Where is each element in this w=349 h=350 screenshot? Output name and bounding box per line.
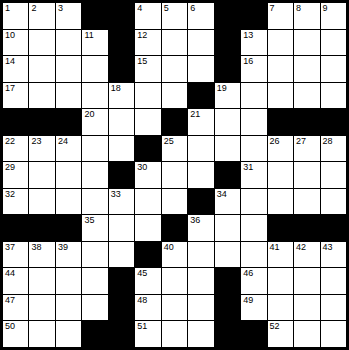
white-cell-r4c7[interactable]: 21 [188,109,213,135]
crossword-grid: 1234567891011121314151617181920212223242… [0,0,349,350]
clue-number-15: 15 [137,56,147,67]
clue-number-27: 27 [296,136,306,147]
white-cell-r7c3[interactable] [82,189,107,215]
white-cell-r4c3[interactable]: 20 [82,109,107,135]
white-cell-r10c1[interactable] [29,268,54,294]
clue-number-28: 28 [323,136,333,147]
white-cell-r3c6[interactable] [162,83,187,109]
black-cell-r12c3 [82,321,107,347]
white-cell-r1c10[interactable] [268,30,293,56]
clue-number-13: 13 [243,30,253,41]
white-cell-r6c9[interactable]: 31 [241,162,266,188]
clue-number-1: 1 [5,3,10,14]
white-cell-r6c11[interactable] [294,162,319,188]
clue-number-29: 29 [5,162,15,173]
white-cell-r0c10[interactable]: 7 [268,3,293,29]
white-cell-r1c11[interactable] [294,30,319,56]
white-cell-r12c5[interactable]: 51 [135,321,160,347]
clue-number-49: 49 [243,295,253,306]
white-cell-r0c0[interactable]: 1 [3,3,28,29]
black-cell-r8c12 [321,215,346,241]
black-cell-r10c8 [215,268,240,294]
white-cell-r3c9[interactable] [241,83,266,109]
white-cell-r2c10[interactable] [268,56,293,82]
white-cell-r11c7[interactable] [188,295,213,321]
white-cell-r7c5[interactable] [135,189,160,215]
white-cell-r2c12[interactable] [321,56,346,82]
white-cell-r7c8[interactable]: 34 [215,189,240,215]
white-cell-r2c11[interactable] [294,56,319,82]
clue-number-24: 24 [58,136,68,147]
white-cell-r7c9[interactable] [241,189,266,215]
white-cell-r10c11[interactable] [294,268,319,294]
white-cell-r0c11[interactable]: 8 [294,3,319,29]
white-cell-r5c4[interactable] [109,136,134,162]
white-cell-r2c3[interactable] [82,56,107,82]
white-cell-r3c1[interactable] [29,83,54,109]
black-cell-r8c2 [56,215,81,241]
white-cell-r1c5[interactable]: 12 [135,30,160,56]
clue-number-35: 35 [84,215,94,226]
black-cell-r7c7 [188,189,213,215]
clue-number-37: 37 [5,242,15,253]
black-cell-r4c0 [3,109,28,135]
clue-number-45: 45 [137,268,147,279]
black-cell-r4c1 [29,109,54,135]
clue-number-11: 11 [84,30,93,41]
white-cell-r10c6[interactable] [162,268,187,294]
clue-number-48: 48 [137,295,147,306]
white-cell-r10c10[interactable] [268,268,293,294]
clue-number-2: 2 [31,3,36,14]
white-cell-r0c7[interactable]: 6 [188,3,213,29]
clue-number-47: 47 [5,295,15,306]
clue-number-43: 43 [323,242,333,253]
white-cell-r5c8[interactable] [215,136,240,162]
clue-number-26: 26 [270,136,280,147]
black-cell-r8c6 [162,215,187,241]
black-cell-r12c9 [241,321,266,347]
white-cell-r11c9[interactable]: 49 [241,295,266,321]
clue-number-32: 32 [5,189,15,200]
clue-number-36: 36 [190,215,200,226]
white-cell-r2c5[interactable]: 15 [135,56,160,82]
white-cell-r1c3[interactable]: 11 [82,30,107,56]
black-cell-r10c4 [109,268,134,294]
clue-number-12: 12 [137,30,147,41]
black-cell-r9c5 [135,242,160,268]
white-cell-r4c9[interactable] [241,109,266,135]
white-cell-r12c6[interactable] [162,321,187,347]
white-cell-r1c2[interactable] [56,30,81,56]
white-cell-r5c12[interactable]: 28 [321,136,346,162]
white-cell-r9c11[interactable]: 42 [294,242,319,268]
black-cell-r5c5 [135,136,160,162]
white-cell-r9c2[interactable]: 39 [56,242,81,268]
white-cell-r11c6[interactable] [162,295,187,321]
white-cell-r2c0[interactable]: 14 [3,56,28,82]
white-cell-r2c2[interactable] [56,56,81,82]
white-cell-r11c2[interactable] [56,295,81,321]
black-cell-r1c8 [215,30,240,56]
white-cell-r10c0[interactable]: 44 [3,268,28,294]
white-cell-r8c4[interactable] [109,215,134,241]
white-cell-r12c12[interactable] [321,321,346,347]
white-cell-r9c12[interactable]: 43 [321,242,346,268]
clue-number-41: 41 [270,242,280,253]
white-cell-r8c3[interactable]: 35 [82,215,107,241]
white-cell-r0c2[interactable]: 3 [56,3,81,29]
black-cell-r12c4 [109,321,134,347]
white-cell-r0c12[interactable]: 9 [321,3,346,29]
white-cell-r11c5[interactable]: 48 [135,295,160,321]
black-cell-r0c3 [82,3,107,29]
clue-number-44: 44 [5,268,15,279]
clue-number-52: 52 [270,321,280,332]
white-cell-r12c1[interactable] [29,321,54,347]
white-cell-r7c2[interactable] [56,189,81,215]
white-cell-r12c10[interactable]: 52 [268,321,293,347]
white-cell-r6c0[interactable]: 29 [3,162,28,188]
white-cell-r1c12[interactable] [321,30,346,56]
white-cell-r9c6[interactable]: 40 [162,242,187,268]
clue-number-33: 33 [111,189,121,200]
white-cell-r3c4[interactable]: 18 [109,83,134,109]
clue-number-51: 51 [137,321,147,332]
black-cell-r2c4 [109,56,134,82]
black-cell-r0c4 [109,3,134,29]
clue-number-14: 14 [5,56,15,67]
clue-number-4: 4 [137,3,142,14]
white-cell-r11c12[interactable] [321,295,346,321]
clue-number-31: 31 [243,162,253,173]
white-cell-r7c6[interactable] [162,189,187,215]
clue-number-34: 34 [217,189,227,200]
black-cell-r11c4 [109,295,134,321]
black-cell-r3c7 [188,83,213,109]
white-cell-r10c7[interactable] [188,268,213,294]
white-cell-r8c7[interactable]: 36 [188,215,213,241]
white-cell-r10c12[interactable] [321,268,346,294]
black-cell-r8c10 [268,215,293,241]
white-cell-r11c11[interactable] [294,295,319,321]
white-cell-r5c3[interactable] [82,136,107,162]
clue-number-16: 16 [243,56,253,67]
black-cell-r4c12 [321,109,346,135]
white-cell-r1c6[interactable] [162,30,187,56]
black-cell-r8c0 [3,215,28,241]
white-cell-r10c5[interactable]: 45 [135,268,160,294]
white-cell-r4c4[interactable] [109,109,134,135]
black-cell-r0c9 [241,3,266,29]
white-cell-r5c6[interactable]: 25 [162,136,187,162]
white-cell-r9c1[interactable]: 38 [29,242,54,268]
black-cell-r0c8 [215,3,240,29]
clue-number-10: 10 [5,30,15,41]
white-cell-r8c9[interactable] [241,215,266,241]
white-cell-r6c7[interactable] [188,162,213,188]
white-cell-r6c10[interactable] [268,162,293,188]
white-cell-r6c12[interactable] [321,162,346,188]
white-cell-r1c9[interactable]: 13 [241,30,266,56]
white-cell-r1c0[interactable]: 10 [3,30,28,56]
black-cell-r4c10 [268,109,293,135]
white-cell-r3c5[interactable] [135,83,160,109]
white-cell-r12c7[interactable] [188,321,213,347]
white-cell-r1c1[interactable] [29,30,54,56]
clue-number-22: 22 [5,136,15,147]
white-cell-r2c6[interactable] [162,56,187,82]
white-cell-r7c12[interactable] [321,189,346,215]
clue-number-46: 46 [243,268,253,279]
white-cell-r8c8[interactable] [215,215,240,241]
white-cell-r5c0[interactable]: 22 [3,136,28,162]
white-cell-r2c9[interactable]: 16 [241,56,266,82]
white-cell-r12c0[interactable]: 50 [3,321,28,347]
white-cell-r7c11[interactable] [294,189,319,215]
white-cell-r3c12[interactable] [321,83,346,109]
white-cell-r5c11[interactable]: 27 [294,136,319,162]
white-cell-r5c7[interactable] [188,136,213,162]
white-cell-r11c3[interactable] [82,295,107,321]
clue-number-19: 19 [217,83,227,94]
clue-number-3: 3 [58,3,63,14]
clue-number-30: 30 [137,162,147,173]
white-cell-r6c5[interactable]: 30 [135,162,160,188]
white-cell-r9c7[interactable] [188,242,213,268]
clue-number-50: 50 [5,321,15,332]
white-cell-r9c0[interactable]: 37 [3,242,28,268]
white-cell-r5c1[interactable]: 23 [29,136,54,162]
white-cell-r12c11[interactable] [294,321,319,347]
white-cell-r5c2[interactable]: 24 [56,136,81,162]
white-cell-r4c5[interactable] [135,109,160,135]
white-cell-r3c2[interactable] [56,83,81,109]
clue-number-39: 39 [58,242,68,253]
white-cell-r11c1[interactable] [29,295,54,321]
clue-number-7: 7 [270,3,275,14]
clue-number-6: 6 [190,3,195,14]
clue-number-25: 25 [164,136,174,147]
white-cell-r9c9[interactable] [241,242,266,268]
white-cell-r6c1[interactable] [29,162,54,188]
white-cell-r0c1[interactable]: 2 [29,3,54,29]
clue-number-42: 42 [296,242,306,253]
white-cell-r11c10[interactable] [268,295,293,321]
white-cell-r5c9[interactable] [241,136,266,162]
black-cell-r8c1 [29,215,54,241]
white-cell-r3c0[interactable]: 17 [3,83,28,109]
white-cell-r3c3[interactable] [82,83,107,109]
black-cell-r2c8 [215,56,240,82]
white-cell-r10c3[interactable] [82,268,107,294]
white-cell-r9c3[interactable] [82,242,107,268]
black-cell-r6c4 [109,162,134,188]
white-cell-r0c6[interactable]: 5 [162,3,187,29]
black-cell-r11c8 [215,295,240,321]
white-cell-r2c7[interactable] [188,56,213,82]
white-cell-r3c8[interactable]: 19 [215,83,240,109]
white-cell-r10c2[interactable] [56,268,81,294]
white-cell-r4c8[interactable] [215,109,240,135]
white-cell-r9c4[interactable] [109,242,134,268]
clue-number-20: 20 [84,109,94,120]
white-cell-r12c2[interactable] [56,321,81,347]
white-cell-r3c11[interactable] [294,83,319,109]
white-cell-r9c8[interactable] [215,242,240,268]
clue-number-38: 38 [31,242,41,253]
clue-number-8: 8 [296,3,301,14]
clue-number-5: 5 [164,3,169,14]
black-cell-r6c8 [215,162,240,188]
clue-number-18: 18 [111,83,121,94]
clue-number-17: 17 [5,83,15,94]
white-cell-r6c3[interactable] [82,162,107,188]
white-cell-r7c1[interactable] [29,189,54,215]
black-cell-r4c6 [162,109,187,135]
white-cell-r0c5[interactable]: 4 [135,3,160,29]
clue-number-9: 9 [323,3,328,14]
white-cell-r10c9[interactable]: 46 [241,268,266,294]
white-cell-r7c10[interactable] [268,189,293,215]
white-cell-r5c10[interactable]: 26 [268,136,293,162]
clue-number-21: 21 [190,109,200,120]
white-cell-r8c5[interactable] [135,215,160,241]
black-cell-r12c8 [215,321,240,347]
white-cell-r9c10[interactable]: 41 [268,242,293,268]
black-cell-r4c11 [294,109,319,135]
white-cell-r7c0[interactable]: 32 [3,189,28,215]
white-cell-r2c1[interactable] [29,56,54,82]
white-cell-r6c2[interactable] [56,162,81,188]
white-cell-r1c7[interactable] [188,30,213,56]
white-cell-r6c6[interactable] [162,162,187,188]
white-cell-r11c0[interactable]: 47 [3,295,28,321]
black-cell-r1c4 [109,30,134,56]
clue-number-40: 40 [164,242,174,253]
black-cell-r4c2 [56,109,81,135]
white-cell-r7c4[interactable]: 33 [109,189,134,215]
clue-number-23: 23 [31,136,41,147]
white-cell-r3c10[interactable] [268,83,293,109]
black-cell-r8c11 [294,215,319,241]
